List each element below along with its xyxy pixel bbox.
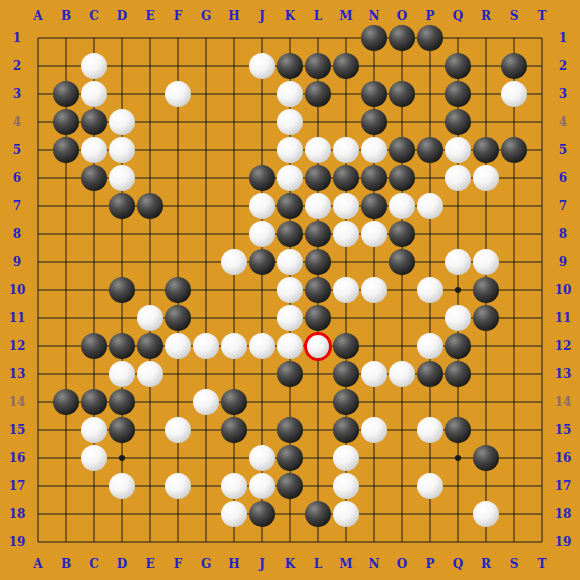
intersection-F12[interactable] [164, 332, 192, 360]
intersection-M16[interactable] [332, 444, 360, 472]
intersection-K8[interactable] [276, 220, 304, 248]
intersection-E13[interactable] [136, 360, 164, 388]
intersection-R13[interactable] [472, 360, 500, 388]
intersection-D3[interactable] [108, 80, 136, 108]
intersection-M18[interactable] [332, 500, 360, 528]
intersection-E17[interactable] [136, 472, 164, 500]
intersection-J4[interactable] [248, 108, 276, 136]
intersection-B5[interactable] [52, 136, 80, 164]
intersection-P14[interactable] [416, 388, 444, 416]
intersection-S18[interactable] [500, 500, 528, 528]
intersection-T19[interactable] [528, 528, 556, 556]
intersection-O6[interactable] [388, 164, 416, 192]
intersection-C14[interactable] [80, 388, 108, 416]
intersection-D5[interactable] [108, 136, 136, 164]
intersection-M1[interactable] [332, 24, 360, 52]
intersection-L4[interactable] [304, 108, 332, 136]
intersection-H17[interactable] [220, 472, 248, 500]
intersection-H6[interactable] [220, 164, 248, 192]
intersection-O3[interactable] [388, 80, 416, 108]
intersection-S6[interactable] [500, 164, 528, 192]
intersection-P12[interactable] [416, 332, 444, 360]
intersection-B9[interactable] [52, 248, 80, 276]
intersection-A7[interactable] [24, 192, 52, 220]
intersection-J3[interactable] [248, 80, 276, 108]
intersection-F8[interactable] [164, 220, 192, 248]
intersection-J9[interactable] [248, 248, 276, 276]
intersection-D6[interactable] [108, 164, 136, 192]
intersection-Q18[interactable] [444, 500, 472, 528]
intersection-E4[interactable] [136, 108, 164, 136]
intersection-C16[interactable] [80, 444, 108, 472]
intersection-Q9[interactable] [444, 248, 472, 276]
intersection-G19[interactable] [192, 528, 220, 556]
intersection-F1[interactable] [164, 24, 192, 52]
intersection-T10[interactable] [528, 276, 556, 304]
intersection-T11[interactable] [528, 304, 556, 332]
intersection-D10[interactable] [108, 276, 136, 304]
intersection-R5[interactable] [472, 136, 500, 164]
intersection-L8[interactable] [304, 220, 332, 248]
intersection-C12[interactable] [80, 332, 108, 360]
intersection-O9[interactable] [388, 248, 416, 276]
intersection-E12[interactable] [136, 332, 164, 360]
intersection-P19[interactable] [416, 528, 444, 556]
intersection-B14[interactable] [52, 388, 80, 416]
intersection-L10[interactable] [304, 276, 332, 304]
intersection-N9[interactable] [360, 248, 388, 276]
intersection-A5[interactable] [24, 136, 52, 164]
intersection-B19[interactable] [52, 528, 80, 556]
intersection-Q10[interactable] [444, 276, 472, 304]
intersection-K1[interactable] [276, 24, 304, 52]
intersection-C10[interactable] [80, 276, 108, 304]
intersection-T12[interactable] [528, 332, 556, 360]
intersection-B15[interactable] [52, 416, 80, 444]
intersection-N17[interactable] [360, 472, 388, 500]
intersection-M14[interactable] [332, 388, 360, 416]
intersection-E14[interactable] [136, 388, 164, 416]
intersection-K3[interactable] [276, 80, 304, 108]
intersection-N4[interactable] [360, 108, 388, 136]
intersection-A4[interactable] [24, 108, 52, 136]
intersection-K2[interactable] [276, 52, 304, 80]
intersection-Q14[interactable] [444, 388, 472, 416]
intersection-L9[interactable] [304, 248, 332, 276]
intersection-B1[interactable] [52, 24, 80, 52]
intersection-A12[interactable] [24, 332, 52, 360]
intersection-T15[interactable] [528, 416, 556, 444]
intersection-P8[interactable] [416, 220, 444, 248]
intersection-E6[interactable] [136, 164, 164, 192]
intersection-G9[interactable] [192, 248, 220, 276]
intersection-N18[interactable] [360, 500, 388, 528]
intersection-F6[interactable] [164, 164, 192, 192]
intersection-S8[interactable] [500, 220, 528, 248]
intersection-H2[interactable] [220, 52, 248, 80]
intersection-O2[interactable] [388, 52, 416, 80]
intersection-L19[interactable] [304, 528, 332, 556]
intersection-F17[interactable] [164, 472, 192, 500]
intersection-S1[interactable] [500, 24, 528, 52]
intersection-G16[interactable] [192, 444, 220, 472]
intersection-J6[interactable] [248, 164, 276, 192]
intersection-D15[interactable] [108, 416, 136, 444]
intersection-T9[interactable] [528, 248, 556, 276]
intersection-G4[interactable] [192, 108, 220, 136]
intersection-H3[interactable] [220, 80, 248, 108]
intersection-S17[interactable] [500, 472, 528, 500]
intersection-L5[interactable] [304, 136, 332, 164]
intersection-M12[interactable] [332, 332, 360, 360]
intersection-J15[interactable] [248, 416, 276, 444]
intersection-H13[interactable] [220, 360, 248, 388]
intersection-Q1[interactable] [444, 24, 472, 52]
intersection-R11[interactable] [472, 304, 500, 332]
intersection-T4[interactable] [528, 108, 556, 136]
intersection-F5[interactable] [164, 136, 192, 164]
intersection-L6[interactable] [304, 164, 332, 192]
intersection-S12[interactable] [500, 332, 528, 360]
intersection-R12[interactable] [472, 332, 500, 360]
intersection-C19[interactable] [80, 528, 108, 556]
intersection-P17[interactable] [416, 472, 444, 500]
intersection-G1[interactable] [192, 24, 220, 52]
intersection-J7[interactable] [248, 192, 276, 220]
intersection-F4[interactable] [164, 108, 192, 136]
intersection-K14[interactable] [276, 388, 304, 416]
intersection-C9[interactable] [80, 248, 108, 276]
intersection-Q19[interactable] [444, 528, 472, 556]
intersection-T1[interactable] [528, 24, 556, 52]
intersection-L7[interactable] [304, 192, 332, 220]
intersection-N15[interactable] [360, 416, 388, 444]
intersection-G14[interactable] [192, 388, 220, 416]
intersection-T5[interactable] [528, 136, 556, 164]
intersection-Q3[interactable] [444, 80, 472, 108]
intersection-K17[interactable] [276, 472, 304, 500]
intersection-E8[interactable] [136, 220, 164, 248]
intersection-E16[interactable] [136, 444, 164, 472]
intersection-F2[interactable] [164, 52, 192, 80]
intersection-S11[interactable] [500, 304, 528, 332]
intersection-M17[interactable] [332, 472, 360, 500]
intersection-G8[interactable] [192, 220, 220, 248]
intersection-H1[interactable] [220, 24, 248, 52]
intersection-L2[interactable] [304, 52, 332, 80]
intersection-D8[interactable] [108, 220, 136, 248]
intersection-S13[interactable] [500, 360, 528, 388]
intersection-D12[interactable] [108, 332, 136, 360]
intersection-E10[interactable] [136, 276, 164, 304]
intersection-P9[interactable] [416, 248, 444, 276]
intersection-Q2[interactable] [444, 52, 472, 80]
intersection-N14[interactable] [360, 388, 388, 416]
intersection-S10[interactable] [500, 276, 528, 304]
intersection-K4[interactable] [276, 108, 304, 136]
intersection-B3[interactable] [52, 80, 80, 108]
intersection-Q13[interactable] [444, 360, 472, 388]
intersection-G11[interactable] [192, 304, 220, 332]
intersection-P2[interactable] [416, 52, 444, 80]
intersection-A8[interactable] [24, 220, 52, 248]
intersection-A9[interactable] [24, 248, 52, 276]
intersection-Q17[interactable] [444, 472, 472, 500]
intersection-K18[interactable] [276, 500, 304, 528]
intersection-J1[interactable] [248, 24, 276, 52]
intersection-K19[interactable] [276, 528, 304, 556]
intersection-O13[interactable] [388, 360, 416, 388]
intersection-B2[interactable] [52, 52, 80, 80]
intersection-N7[interactable] [360, 192, 388, 220]
intersection-K7[interactable] [276, 192, 304, 220]
intersection-D14[interactable] [108, 388, 136, 416]
intersection-L18[interactable] [304, 500, 332, 528]
intersection-A16[interactable] [24, 444, 52, 472]
intersection-G7[interactable] [192, 192, 220, 220]
intersection-J12[interactable] [248, 332, 276, 360]
intersection-O11[interactable] [388, 304, 416, 332]
intersection-O18[interactable] [388, 500, 416, 528]
intersection-L1[interactable] [304, 24, 332, 52]
intersection-G3[interactable] [192, 80, 220, 108]
intersection-R7[interactable] [472, 192, 500, 220]
intersection-B16[interactable] [52, 444, 80, 472]
intersection-D2[interactable] [108, 52, 136, 80]
intersection-P7[interactable] [416, 192, 444, 220]
intersection-N1[interactable] [360, 24, 388, 52]
intersection-E1[interactable] [136, 24, 164, 52]
intersection-T7[interactable] [528, 192, 556, 220]
intersection-A13[interactable] [24, 360, 52, 388]
intersection-Q11[interactable] [444, 304, 472, 332]
intersection-S7[interactable] [500, 192, 528, 220]
intersection-F3[interactable] [164, 80, 192, 108]
intersection-C17[interactable] [80, 472, 108, 500]
intersection-N5[interactable] [360, 136, 388, 164]
intersection-Q7[interactable] [444, 192, 472, 220]
intersection-B18[interactable] [52, 500, 80, 528]
intersection-D11[interactable] [108, 304, 136, 332]
intersection-L12[interactable] [304, 332, 332, 360]
intersection-G10[interactable] [192, 276, 220, 304]
intersection-B17[interactable] [52, 472, 80, 500]
intersection-F14[interactable] [164, 388, 192, 416]
intersection-F15[interactable] [164, 416, 192, 444]
intersection-C13[interactable] [80, 360, 108, 388]
intersection-M8[interactable] [332, 220, 360, 248]
intersection-J11[interactable] [248, 304, 276, 332]
intersection-B13[interactable] [52, 360, 80, 388]
intersection-J19[interactable] [248, 528, 276, 556]
intersection-O10[interactable] [388, 276, 416, 304]
intersection-C3[interactable] [80, 80, 108, 108]
intersection-G18[interactable] [192, 500, 220, 528]
intersection-G13[interactable] [192, 360, 220, 388]
intersection-A11[interactable] [24, 304, 52, 332]
intersection-R18[interactable] [472, 500, 500, 528]
intersection-L16[interactable] [304, 444, 332, 472]
intersection-Q12[interactable] [444, 332, 472, 360]
intersection-R6[interactable] [472, 164, 500, 192]
intersection-P13[interactable] [416, 360, 444, 388]
intersection-L13[interactable] [304, 360, 332, 388]
intersection-S15[interactable] [500, 416, 528, 444]
intersection-H16[interactable] [220, 444, 248, 472]
intersection-L14[interactable] [304, 388, 332, 416]
intersection-J18[interactable] [248, 500, 276, 528]
intersection-H8[interactable] [220, 220, 248, 248]
intersection-L17[interactable] [304, 472, 332, 500]
intersection-T13[interactable] [528, 360, 556, 388]
intersection-K15[interactable] [276, 416, 304, 444]
intersection-F11[interactable] [164, 304, 192, 332]
intersection-B8[interactable] [52, 220, 80, 248]
intersection-O19[interactable] [388, 528, 416, 556]
intersection-H12[interactable] [220, 332, 248, 360]
intersection-M6[interactable] [332, 164, 360, 192]
intersection-P1[interactable] [416, 24, 444, 52]
intersection-O16[interactable] [388, 444, 416, 472]
intersection-O4[interactable] [388, 108, 416, 136]
intersection-M2[interactable] [332, 52, 360, 80]
intersection-D7[interactable] [108, 192, 136, 220]
intersection-S19[interactable] [500, 528, 528, 556]
intersection-G5[interactable] [192, 136, 220, 164]
intersection-R4[interactable] [472, 108, 500, 136]
intersection-H7[interactable] [220, 192, 248, 220]
intersection-S5[interactable] [500, 136, 528, 164]
intersection-P16[interactable] [416, 444, 444, 472]
intersection-N2[interactable] [360, 52, 388, 80]
intersection-K11[interactable] [276, 304, 304, 332]
intersection-E19[interactable] [136, 528, 164, 556]
intersection-T14[interactable] [528, 388, 556, 416]
intersection-K16[interactable] [276, 444, 304, 472]
intersection-F19[interactable] [164, 528, 192, 556]
intersection-C11[interactable] [80, 304, 108, 332]
intersection-O12[interactable] [388, 332, 416, 360]
intersection-M15[interactable] [332, 416, 360, 444]
intersection-T8[interactable] [528, 220, 556, 248]
intersection-O14[interactable] [388, 388, 416, 416]
intersection-C7[interactable] [80, 192, 108, 220]
intersection-R14[interactable] [472, 388, 500, 416]
intersection-E2[interactable] [136, 52, 164, 80]
intersection-A18[interactable] [24, 500, 52, 528]
intersection-C1[interactable] [80, 24, 108, 52]
intersection-Q5[interactable] [444, 136, 472, 164]
intersection-S14[interactable] [500, 388, 528, 416]
intersection-E5[interactable] [136, 136, 164, 164]
intersection-Q16[interactable] [444, 444, 472, 472]
intersection-F16[interactable] [164, 444, 192, 472]
intersection-M9[interactable] [332, 248, 360, 276]
intersection-G2[interactable] [192, 52, 220, 80]
intersection-D18[interactable] [108, 500, 136, 528]
intersection-H4[interactable] [220, 108, 248, 136]
intersection-G15[interactable] [192, 416, 220, 444]
intersection-Q6[interactable] [444, 164, 472, 192]
intersection-R16[interactable] [472, 444, 500, 472]
intersection-R10[interactable] [472, 276, 500, 304]
intersection-L3[interactable] [304, 80, 332, 108]
intersection-K10[interactable] [276, 276, 304, 304]
intersection-D13[interactable] [108, 360, 136, 388]
intersection-P15[interactable] [416, 416, 444, 444]
intersection-P6[interactable] [416, 164, 444, 192]
intersection-L11[interactable] [304, 304, 332, 332]
intersection-N10[interactable] [360, 276, 388, 304]
intersection-P11[interactable] [416, 304, 444, 332]
intersection-M4[interactable] [332, 108, 360, 136]
intersection-O7[interactable] [388, 192, 416, 220]
intersection-D17[interactable] [108, 472, 136, 500]
intersection-N11[interactable] [360, 304, 388, 332]
intersection-C8[interactable] [80, 220, 108, 248]
intersection-O15[interactable] [388, 416, 416, 444]
intersection-A17[interactable] [24, 472, 52, 500]
intersection-A10[interactable] [24, 276, 52, 304]
intersection-L15[interactable] [304, 416, 332, 444]
intersection-A6[interactable] [24, 164, 52, 192]
intersection-O17[interactable] [388, 472, 416, 500]
intersection-R1[interactable] [472, 24, 500, 52]
intersection-N16[interactable] [360, 444, 388, 472]
intersection-J8[interactable] [248, 220, 276, 248]
intersection-K13[interactable] [276, 360, 304, 388]
intersection-M3[interactable] [332, 80, 360, 108]
intersection-H11[interactable] [220, 304, 248, 332]
intersection-A15[interactable] [24, 416, 52, 444]
intersection-C6[interactable] [80, 164, 108, 192]
intersection-R17[interactable] [472, 472, 500, 500]
intersection-T2[interactable] [528, 52, 556, 80]
intersection-R9[interactable] [472, 248, 500, 276]
intersection-E11[interactable] [136, 304, 164, 332]
intersection-S2[interactable] [500, 52, 528, 80]
intersection-B11[interactable] [52, 304, 80, 332]
intersection-T16[interactable] [528, 444, 556, 472]
intersection-P4[interactable] [416, 108, 444, 136]
intersection-D4[interactable] [108, 108, 136, 136]
intersection-D9[interactable] [108, 248, 136, 276]
intersection-A2[interactable] [24, 52, 52, 80]
intersection-T3[interactable] [528, 80, 556, 108]
intersection-M13[interactable] [332, 360, 360, 388]
intersection-C4[interactable] [80, 108, 108, 136]
intersection-H10[interactable] [220, 276, 248, 304]
intersection-J2[interactable] [248, 52, 276, 80]
intersection-G6[interactable] [192, 164, 220, 192]
intersection-F7[interactable] [164, 192, 192, 220]
intersection-F13[interactable] [164, 360, 192, 388]
intersection-F9[interactable] [164, 248, 192, 276]
intersection-J5[interactable] [248, 136, 276, 164]
intersection-A1[interactable] [24, 24, 52, 52]
intersection-C5[interactable] [80, 136, 108, 164]
intersection-M10[interactable] [332, 276, 360, 304]
intersection-T18[interactable] [528, 500, 556, 528]
intersection-N6[interactable] [360, 164, 388, 192]
intersection-M5[interactable] [332, 136, 360, 164]
intersection-P5[interactable] [416, 136, 444, 164]
intersection-R2[interactable] [472, 52, 500, 80]
intersection-R8[interactable] [472, 220, 500, 248]
intersection-N13[interactable] [360, 360, 388, 388]
intersection-E7[interactable] [136, 192, 164, 220]
intersection-A14[interactable] [24, 388, 52, 416]
